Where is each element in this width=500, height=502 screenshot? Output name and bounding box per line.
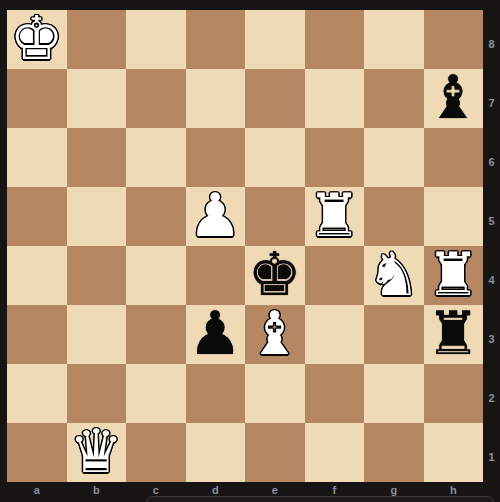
- square-a8[interactable]: ♚: [7, 10, 67, 69]
- square-f5[interactable]: ♜: [305, 187, 365, 246]
- square-h1[interactable]: [424, 423, 484, 482]
- square-c1[interactable]: [126, 423, 186, 482]
- square-h5[interactable]: [424, 187, 484, 246]
- square-e6[interactable]: [245, 128, 305, 187]
- square-h4[interactable]: ♜: [424, 246, 484, 305]
- partial-input-box[interactable]: [146, 496, 494, 502]
- rank-label-1: 1: [483, 423, 500, 482]
- square-d3[interactable]: ♟: [186, 305, 246, 364]
- white-pawn-d5[interactable]: ♟: [188, 186, 242, 245]
- square-a3[interactable]: [7, 305, 67, 364]
- square-c6[interactable]: [126, 128, 186, 187]
- square-c3[interactable]: [126, 305, 186, 364]
- square-d6[interactable]: [186, 128, 246, 187]
- file-label-b: b: [67, 482, 127, 498]
- square-b3[interactable]: [67, 305, 127, 364]
- square-d2[interactable]: [186, 364, 246, 423]
- square-g7[interactable]: [364, 69, 424, 128]
- rank-label-6: 6: [483, 128, 500, 187]
- square-g8[interactable]: [364, 10, 424, 69]
- chess-app: ♚♝♟♜♚♞♜♟♝♜♛ 87654321 abcdefgh: [0, 0, 500, 502]
- white-knight-g4[interactable]: ♞: [367, 245, 421, 304]
- square-a1[interactable]: [7, 423, 67, 482]
- square-h2[interactable]: [424, 364, 484, 423]
- square-g5[interactable]: [364, 187, 424, 246]
- square-b4[interactable]: [67, 246, 127, 305]
- square-e5[interactable]: [245, 187, 305, 246]
- rank-label-7: 7: [483, 69, 500, 128]
- square-c7[interactable]: [126, 69, 186, 128]
- square-e4[interactable]: ♚: [245, 246, 305, 305]
- square-a4[interactable]: [7, 246, 67, 305]
- square-d7[interactable]: [186, 69, 246, 128]
- rank-label-3: 3: [483, 305, 500, 364]
- square-c2[interactable]: [126, 364, 186, 423]
- square-f3[interactable]: [305, 305, 365, 364]
- square-g3[interactable]: [364, 305, 424, 364]
- square-g4[interactable]: ♞: [364, 246, 424, 305]
- square-h8[interactable]: [424, 10, 484, 69]
- square-g2[interactable]: [364, 364, 424, 423]
- square-d1[interactable]: [186, 423, 246, 482]
- square-h7[interactable]: ♝: [424, 69, 484, 128]
- square-e8[interactable]: [245, 10, 305, 69]
- square-d5[interactable]: ♟: [186, 187, 246, 246]
- square-b7[interactable]: [67, 69, 127, 128]
- black-king-e4[interactable]: ♚: [248, 245, 302, 304]
- square-c4[interactable]: [126, 246, 186, 305]
- square-a7[interactable]: [7, 69, 67, 128]
- square-f6[interactable]: [305, 128, 365, 187]
- rank-label-2: 2: [483, 364, 500, 423]
- square-a2[interactable]: [7, 364, 67, 423]
- file-label-a: a: [7, 482, 67, 498]
- white-rook-f5[interactable]: ♜: [307, 186, 361, 245]
- square-e1[interactable]: [245, 423, 305, 482]
- square-a5[interactable]: [7, 187, 67, 246]
- square-f1[interactable]: [305, 423, 365, 482]
- rank-label-4: 4: [483, 246, 500, 305]
- chess-board[interactable]: ♚♝♟♜♚♞♜♟♝♜♛: [7, 10, 483, 482]
- square-b1[interactable]: ♛: [67, 423, 127, 482]
- black-pawn-d3[interactable]: ♟: [188, 304, 242, 363]
- square-b2[interactable]: [67, 364, 127, 423]
- rank-label-5: 5: [483, 187, 500, 246]
- rank-label-8: 8: [483, 10, 500, 69]
- white-king-a8[interactable]: ♚: [10, 9, 64, 68]
- square-f7[interactable]: [305, 69, 365, 128]
- square-c5[interactable]: [126, 187, 186, 246]
- square-c8[interactable]: [126, 10, 186, 69]
- square-e2[interactable]: [245, 364, 305, 423]
- square-f8[interactable]: [305, 10, 365, 69]
- white-rook-h4[interactable]: ♜: [426, 245, 480, 304]
- square-f4[interactable]: [305, 246, 365, 305]
- square-e3[interactable]: ♝: [245, 305, 305, 364]
- white-bishop-e3[interactable]: ♝: [248, 304, 302, 363]
- square-b8[interactable]: [67, 10, 127, 69]
- white-queen-b1[interactable]: ♛: [69, 422, 123, 481]
- square-f2[interactable]: [305, 364, 365, 423]
- black-bishop-h7[interactable]: ♝: [426, 68, 480, 127]
- square-g6[interactable]: [364, 128, 424, 187]
- square-b6[interactable]: [67, 128, 127, 187]
- square-h6[interactable]: [424, 128, 484, 187]
- square-g1[interactable]: [364, 423, 424, 482]
- square-a6[interactable]: [7, 128, 67, 187]
- square-e7[interactable]: [245, 69, 305, 128]
- square-h3[interactable]: ♜: [424, 305, 484, 364]
- rank-labels: 87654321: [483, 10, 500, 482]
- black-rook-h3[interactable]: ♜: [426, 304, 480, 363]
- square-d4[interactable]: [186, 246, 246, 305]
- square-b5[interactable]: [67, 187, 127, 246]
- square-d8[interactable]: [186, 10, 246, 69]
